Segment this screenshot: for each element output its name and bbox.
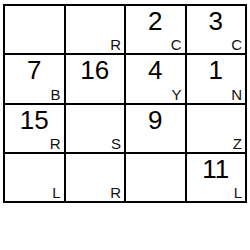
cell-corner-letter: C <box>171 36 182 53</box>
cell-number: 1 <box>187 55 246 85</box>
cell-corner-letter: B <box>50 86 60 103</box>
cell-corner-letter: S <box>111 135 121 152</box>
cell-corner-letter: R <box>50 135 61 152</box>
grid-cell-r0c3[interactable]: 3C <box>187 6 246 53</box>
grid-cell-r2c0[interactable]: 15R <box>5 105 64 152</box>
cell-number: 15 <box>5 105 64 135</box>
grid-cell-r3c2[interactable] <box>126 154 185 201</box>
grid-cell-r3c0[interactable]: L <box>5 154 64 201</box>
cell-number: 11 <box>187 154 246 184</box>
cell-number: 3 <box>187 6 246 36</box>
grid-cell-r0c1[interactable]: R <box>66 6 125 53</box>
grid-cell-r3c1[interactable]: R <box>66 154 125 201</box>
cell-number: 4 <box>126 55 185 85</box>
grid-cell-r1c2[interactable]: 4Y <box>126 55 185 102</box>
cell-number: 9 <box>126 105 185 135</box>
cell-corner-letter: C <box>231 36 242 53</box>
cell-number: 7 <box>5 55 64 85</box>
grid-cell-r0c2[interactable]: 2C <box>126 6 185 53</box>
grid-cell-r3c3[interactable]: 11L <box>187 154 246 201</box>
grid-cell-r1c0[interactable]: 7B <box>5 55 64 102</box>
cell-corner-letter: Z <box>233 135 242 152</box>
cell-number: 2 <box>126 6 185 36</box>
grid-cell-r0c0[interactable] <box>5 6 64 53</box>
puzzle-canvas: R2C3C7B164Y1N15RS9ZLR11L <box>0 0 250 250</box>
cell-corner-letter: R <box>110 184 121 201</box>
cell-corner-letter: L <box>52 184 60 201</box>
cell-corner-letter: Y <box>171 86 181 103</box>
cell-corner-letter: L <box>234 184 242 201</box>
grid-cell-r2c1[interactable]: S <box>66 105 125 152</box>
grid-cell-r2c3[interactable]: Z <box>187 105 246 152</box>
cell-corner-letter: R <box>110 36 121 53</box>
cell-corner-letter: N <box>231 86 242 103</box>
cell-number: 16 <box>66 55 125 85</box>
grid-cell-r1c1[interactable]: 16 <box>66 55 125 102</box>
puzzle-grid: R2C3C7B164Y1N15RS9ZLR11L <box>3 4 247 203</box>
grid-cell-r1c3[interactable]: 1N <box>187 55 246 102</box>
grid-cell-r2c2[interactable]: 9 <box>126 105 185 152</box>
